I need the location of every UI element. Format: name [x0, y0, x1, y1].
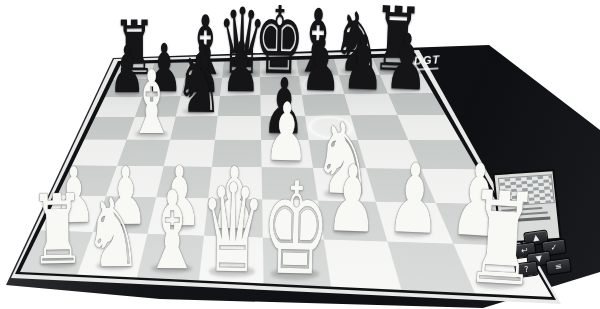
electronic-chessboard-photo: DGT ▲↩✓▼?≡ ♜♝♛♚♝♞♜♟♟♟♟♟♟♟♞♝♟♟♞♟♟♟♟♟♟♟♜♞♝… [0, 0, 600, 309]
piece-white-rook-h1[interactable]: ♜ [458, 174, 547, 306]
piece-black-pawn-g7[interactable]: ♟ [339, 25, 388, 102]
piece-white-rook-a1[interactable]: ♜ [26, 182, 89, 279]
piece-white-bishop-b5[interactable]: ♝ [126, 60, 179, 148]
piece-black-knight-c6[interactable]: ♞ [171, 44, 226, 124]
piece-white-knight-b1[interactable]: ♞ [81, 186, 146, 281]
piece-black-pawn-h7[interactable]: ♟ [381, 23, 432, 102]
piece-white-pawn-g2[interactable]: ♟ [382, 151, 446, 249]
pieces-layer: ♜♝♛♚♝♞♜♟♟♟♟♟♟♟♞♝♟♟♞♟♟♟♟♟♟♟♜♞♝♛♚♜ [0, 0, 600, 309]
piece-white-king-e1[interactable]: ♚ [256, 166, 336, 295]
